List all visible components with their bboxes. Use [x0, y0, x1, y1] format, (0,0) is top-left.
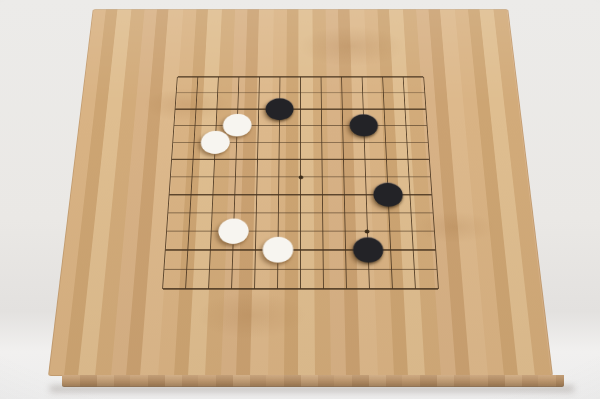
grid-line-vertical — [300, 77, 301, 289]
grid-line-horizontal — [165, 250, 435, 251]
black-stone-K10[interactable]: ● — [347, 109, 380, 138]
black-stone-F11[interactable]: ● — [263, 93, 295, 121]
grid-line-horizontal — [163, 288, 439, 289]
go-grid[interactable]: ●●●●●●●● — [163, 77, 439, 289]
go-board: ●●●●●●●● — [48, 9, 553, 376]
white-stone-F3[interactable]: ● — [260, 231, 295, 264]
photo-backdrop: ●●●●●●●● — [0, 0, 600, 399]
grid-line-horizontal — [164, 269, 437, 270]
grid-line-vertical — [423, 77, 439, 289]
white-stone-D4[interactable]: ● — [216, 213, 251, 245]
white-stone-C9[interactable]: ● — [198, 126, 232, 155]
board-shadow — [50, 386, 574, 395]
star-point — [298, 175, 303, 179]
grid-line-horizontal — [167, 231, 435, 232]
grid-line-horizontal — [168, 212, 433, 213]
black-stone-L6[interactable]: ● — [371, 177, 406, 208]
black-stone-K3[interactable]: ● — [350, 231, 386, 264]
